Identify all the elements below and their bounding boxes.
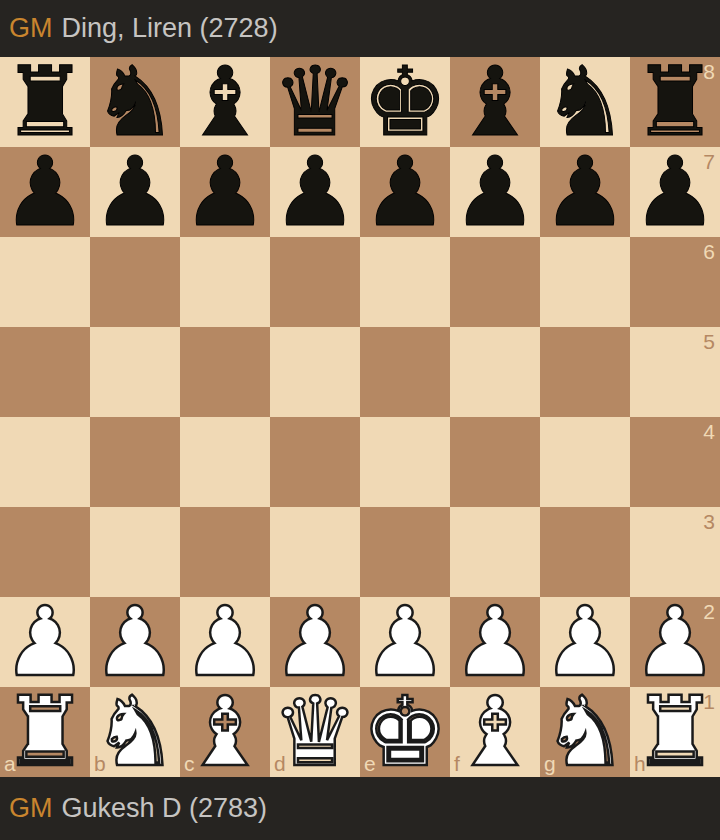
square-e8[interactable]: ♚ <box>360 57 450 147</box>
white-pawn-piece[interactable]: ♟ <box>542 597 628 687</box>
square-a4[interactable] <box>0 417 90 507</box>
square-b3[interactable] <box>90 507 180 597</box>
black-knight-piece[interactable]: ♞ <box>542 57 628 147</box>
player-name-bottom: Gukesh D (2783) <box>62 793 268 824</box>
square-f2[interactable]: ♟ <box>450 597 540 687</box>
square-c6[interactable] <box>180 237 270 327</box>
square-d3[interactable] <box>270 507 360 597</box>
rank-label-7: 7 <box>703 151 715 172</box>
square-f8[interactable]: ♝ <box>450 57 540 147</box>
black-king-piece[interactable]: ♚ <box>362 57 448 147</box>
square-h1[interactable]: ♜1h <box>630 687 720 777</box>
square-h6[interactable]: 6 <box>630 237 720 327</box>
black-bishop-piece[interactable]: ♝ <box>452 57 538 147</box>
white-pawn-piece[interactable]: ♟ <box>272 597 358 687</box>
square-g6[interactable] <box>540 237 630 327</box>
square-h7[interactable]: ♟7 <box>630 147 720 237</box>
file-label-d: d <box>274 753 286 774</box>
black-pawn-piece[interactable]: ♟ <box>182 147 268 237</box>
rank-label-5: 5 <box>703 331 715 352</box>
square-e2[interactable]: ♟ <box>360 597 450 687</box>
square-h3[interactable]: 3 <box>630 507 720 597</box>
player-title-top: GM <box>9 13 53 44</box>
white-pawn-piece[interactable]: ♟ <box>182 597 268 687</box>
square-g3[interactable] <box>540 507 630 597</box>
square-a5[interactable] <box>0 327 90 417</box>
rank-label-3: 3 <box>703 511 715 532</box>
white-pawn-piece[interactable]: ♟ <box>362 597 448 687</box>
square-g7[interactable]: ♟ <box>540 147 630 237</box>
square-c8[interactable]: ♝ <box>180 57 270 147</box>
rank-label-1: 1 <box>703 691 715 712</box>
black-pawn-piece[interactable]: ♟ <box>92 147 178 237</box>
white-bishop-piece[interactable]: ♝ <box>452 687 538 777</box>
square-b6[interactable] <box>90 237 180 327</box>
square-e3[interactable] <box>360 507 450 597</box>
square-a8[interactable]: ♜ <box>0 57 90 147</box>
square-b4[interactable] <box>90 417 180 507</box>
square-e1[interactable]: ♚e <box>360 687 450 777</box>
player-title-bottom: GM <box>9 793 53 824</box>
file-label-f: f <box>454 753 460 774</box>
rank-label-8: 8 <box>703 61 715 82</box>
square-d6[interactable] <box>270 237 360 327</box>
square-b8[interactable]: ♞ <box>90 57 180 147</box>
player-name-top: Ding, Liren (2728) <box>62 13 278 44</box>
square-e6[interactable] <box>360 237 450 327</box>
square-g4[interactable] <box>540 417 630 507</box>
square-b5[interactable] <box>90 327 180 417</box>
white-pawn-piece[interactable]: ♟ <box>92 597 178 687</box>
square-b1[interactable]: ♞b <box>90 687 180 777</box>
square-e5[interactable] <box>360 327 450 417</box>
square-g8[interactable]: ♞ <box>540 57 630 147</box>
square-d4[interactable] <box>270 417 360 507</box>
square-c4[interactable] <box>180 417 270 507</box>
rank-label-6: 6 <box>703 241 715 262</box>
black-rook-piece[interactable]: ♜ <box>2 57 88 147</box>
square-g2[interactable]: ♟ <box>540 597 630 687</box>
square-a7[interactable]: ♟ <box>0 147 90 237</box>
square-g5[interactable] <box>540 327 630 417</box>
file-label-b: b <box>94 753 106 774</box>
file-label-g: g <box>544 753 556 774</box>
white-bishop-piece[interactable]: ♝ <box>182 687 268 777</box>
square-d5[interactable] <box>270 327 360 417</box>
file-label-c: c <box>184 753 195 774</box>
file-label-h: h <box>634 753 646 774</box>
black-pawn-piece[interactable]: ♟ <box>452 147 538 237</box>
square-a6[interactable] <box>0 237 90 327</box>
black-knight-piece[interactable]: ♞ <box>92 57 178 147</box>
square-f5[interactable] <box>450 327 540 417</box>
square-f7[interactable]: ♟ <box>450 147 540 237</box>
square-b2[interactable]: ♟ <box>90 597 180 687</box>
square-a2[interactable]: ♟ <box>0 597 90 687</box>
square-d7[interactable]: ♟ <box>270 147 360 237</box>
square-a3[interactable] <box>0 507 90 597</box>
rank-label-2: 2 <box>703 601 715 622</box>
square-f3[interactable] <box>450 507 540 597</box>
square-d1[interactable]: ♛d <box>270 687 360 777</box>
square-c3[interactable] <box>180 507 270 597</box>
black-pawn-piece[interactable]: ♟ <box>362 147 448 237</box>
white-pawn-piece[interactable]: ♟ <box>452 597 538 687</box>
square-h5[interactable]: 5 <box>630 327 720 417</box>
white-pawn-piece[interactable]: ♟ <box>2 597 88 687</box>
square-h8[interactable]: ♜8 <box>630 57 720 147</box>
square-h4[interactable]: 4 <box>630 417 720 507</box>
square-b7[interactable]: ♟ <box>90 147 180 237</box>
square-c7[interactable]: ♟ <box>180 147 270 237</box>
square-a1[interactable]: ♜a <box>0 687 90 777</box>
square-d8[interactable]: ♛ <box>270 57 360 147</box>
square-e7[interactable]: ♟ <box>360 147 450 237</box>
black-pawn-piece[interactable]: ♟ <box>272 147 358 237</box>
square-h2[interactable]: ♟2 <box>630 597 720 687</box>
square-c1[interactable]: ♝c <box>180 687 270 777</box>
square-e4[interactable] <box>360 417 450 507</box>
square-f4[interactable] <box>450 417 540 507</box>
black-queen-piece[interactable]: ♛ <box>272 57 358 147</box>
square-c5[interactable] <box>180 327 270 417</box>
square-c2[interactable]: ♟ <box>180 597 270 687</box>
black-pawn-piece[interactable]: ♟ <box>542 147 628 237</box>
square-g1[interactable]: ♞g <box>540 687 630 777</box>
file-label-e: e <box>364 753 376 774</box>
black-pawn-piece[interactable]: ♟ <box>2 147 88 237</box>
square-f6[interactable] <box>450 237 540 327</box>
black-bishop-piece[interactable]: ♝ <box>182 57 268 147</box>
square-d2[interactable]: ♟ <box>270 597 360 687</box>
square-f1[interactable]: ♝f <box>450 687 540 777</box>
rank-label-4: 4 <box>703 421 715 442</box>
file-label-a: a <box>4 753 16 774</box>
chess-board: ♜♞♝♛♚♝♞♜8♟♟♟♟♟♟♟♟76543♟♟♟♟♟♟♟♟2♜a♞b♝c♛d♚… <box>0 57 720 777</box>
